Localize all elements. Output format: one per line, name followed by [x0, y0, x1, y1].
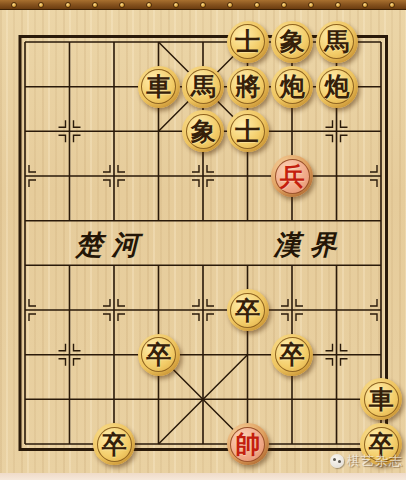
piece-black-horse[interactable]: 馬 — [182, 66, 224, 108]
piece-glyph: 炮 — [324, 74, 349, 99]
piece-face: 卒 — [141, 337, 176, 372]
piece-glyph: 卒 — [102, 432, 127, 457]
piece-face: 兵 — [275, 159, 310, 194]
piece-glyph: 車 — [369, 387, 394, 412]
piece-black-soldier[interactable]: 卒 — [93, 423, 135, 465]
piece-face: 卒 — [275, 337, 310, 372]
piece-black-chariot[interactable]: 車 — [360, 378, 402, 420]
watermark-logo-icon — [330, 454, 344, 468]
piece-black-general[interactable]: 將 — [227, 66, 269, 108]
piece-black-advisor[interactable]: 士 — [227, 110, 269, 152]
piece-face: 帥 — [230, 427, 265, 462]
piece-glyph: 馬 — [324, 29, 349, 54]
piece-glyph: 象 — [280, 29, 305, 54]
piece-glyph: 車 — [146, 74, 171, 99]
piece-face: 炮 — [319, 69, 354, 104]
piece-black-cannon[interactable]: 炮 — [316, 66, 358, 108]
piece-glyph: 卒 — [146, 342, 171, 367]
piece-face: 車 — [141, 69, 176, 104]
piece-glyph: 卒 — [235, 298, 260, 323]
piece-face: 馬 — [319, 24, 354, 59]
piece-glyph: 士 — [235, 119, 260, 144]
piece-black-horse[interactable]: 馬 — [316, 21, 358, 63]
watermark-text: 棋艺杂志 — [347, 452, 403, 470]
piece-face: 象 — [186, 114, 221, 149]
piece-glyph: 士 — [235, 29, 260, 54]
watermark: 棋艺杂志 — [330, 453, 403, 469]
piece-face: 士 — [230, 24, 265, 59]
piece-black-cannon[interactable]: 炮 — [271, 66, 313, 108]
piece-face: 卒 — [230, 293, 265, 328]
piece-face: 卒 — [97, 427, 132, 462]
piece-black-elephant[interactable]: 象 — [271, 21, 313, 63]
piece-face: 士 — [230, 114, 265, 149]
piece-glyph: 帥 — [235, 432, 260, 457]
piece-red-soldier[interactable]: 兵 — [271, 155, 313, 197]
piece-grid: 士象馬車馬將炮炮象士兵卒卒卒車卒帥卒 — [3, 20, 404, 467]
piece-black-soldier[interactable]: 卒 — [271, 334, 313, 376]
piece-black-elephant[interactable]: 象 — [182, 110, 224, 152]
piece-glyph: 馬 — [191, 74, 216, 99]
piece-face: 炮 — [275, 69, 310, 104]
piece-face: 象 — [275, 24, 310, 59]
piece-glyph: 兵 — [280, 164, 305, 189]
piece-face: 將 — [230, 69, 265, 104]
xiangqi-board: 楚河 漢界 士象馬車馬將炮炮象士兵卒卒卒車卒帥卒 — [0, 0, 406, 480]
piece-black-soldier[interactable]: 卒 — [227, 289, 269, 331]
bottom-strip — [0, 473, 406, 480]
piece-black-advisor[interactable]: 士 — [227, 21, 269, 63]
piece-red-general[interactable]: 帥 — [227, 423, 269, 465]
piece-glyph: 卒 — [280, 342, 305, 367]
piece-glyph: 象 — [191, 119, 216, 144]
piece-glyph: 炮 — [280, 74, 305, 99]
piece-face: 馬 — [186, 69, 221, 104]
piece-face: 車 — [364, 382, 399, 417]
piece-glyph: 將 — [235, 74, 260, 99]
piece-black-soldier[interactable]: 卒 — [138, 334, 180, 376]
piece-black-chariot[interactable]: 車 — [138, 66, 180, 108]
